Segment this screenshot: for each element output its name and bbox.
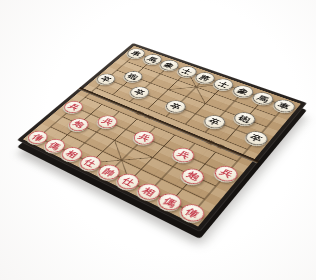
piece-character: 傌	[47, 141, 62, 151]
piece-character: 砲	[126, 73, 139, 81]
piece-black-soldier[interactable]: 卒	[162, 98, 189, 115]
piece-character: 將	[198, 74, 212, 82]
piece-character: 馬	[256, 94, 270, 103]
piece-red-soldier[interactable]: 兵	[130, 128, 158, 147]
piece-character: 相	[141, 186, 157, 198]
piece-black-cannon[interactable]: 砲	[120, 69, 145, 84]
piece-character: 兵	[137, 133, 152, 143]
piece-character: 砲	[237, 114, 252, 123]
piece-character: 炮	[72, 120, 86, 129]
piece-character: 卒	[207, 117, 222, 126]
piece-character: 帥	[101, 167, 117, 178]
piece-character: 相	[65, 149, 80, 159]
piece-character: 士	[217, 80, 231, 88]
piece-character: 卒	[169, 102, 183, 111]
product-photo-scene: 楚河 漢界 車馬象士將士象馬車砲砲卒卒卒卒卒兵兵兵兵兵炮炮俥傌相仕帥仕相傌俥	[0, 0, 316, 280]
piece-character: 卒	[133, 88, 147, 96]
piece-character: 士	[180, 68, 193, 76]
piece-character: 車	[277, 101, 292, 110]
piece-character: 俥	[31, 133, 45, 142]
piece-character: 卒	[249, 133, 264, 143]
piece-red-cannon[interactable]: 炮	[178, 166, 209, 187]
piece-character: 卒	[100, 75, 113, 83]
piece-character: 象	[163, 62, 176, 69]
piece-red-cannon[interactable]: 炮	[65, 116, 92, 133]
piece-character: 仕	[121, 176, 137, 187]
piece-red-soldier[interactable]: 兵	[169, 145, 199, 165]
piece-character: 兵	[176, 150, 191, 160]
piece-character: 兵	[100, 117, 114, 126]
piece-character: 俥	[184, 206, 201, 218]
piece-character: 兵	[67, 103, 81, 111]
piece-character: 傌	[162, 196, 179, 208]
piece-character: 車	[130, 50, 143, 57]
piece-black-soldier[interactable]: 卒	[200, 113, 228, 131]
piece-character: 仕	[83, 158, 98, 168]
piece-black-cannon[interactable]: 砲	[231, 110, 259, 128]
xiangqi-board: 楚河 漢界 車馬象士將士象馬車砲砲卒卒卒卒卒兵兵兵兵兵炮炮俥傌相仕帥仕相傌俥	[17, 43, 307, 232]
piece-character: 馬	[146, 56, 159, 63]
piece-character: 炮	[185, 171, 201, 182]
pieces-grid: 車馬象士將士象馬車砲砲卒卒卒卒卒兵兵兵兵兵炮炮俥傌相仕帥仕相傌俥	[24, 47, 300, 226]
piece-black-soldier[interactable]: 卒	[127, 85, 153, 101]
piece-character: 象	[236, 87, 250, 95]
piece-character: 兵	[218, 168, 234, 179]
piece-red-soldier[interactable]: 兵	[94, 113, 121, 130]
